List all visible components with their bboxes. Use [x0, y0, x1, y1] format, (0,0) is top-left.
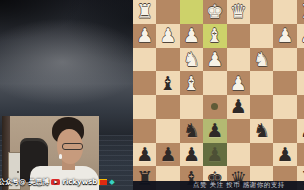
square-a3[interactable] — [297, 48, 304, 72]
square-b3[interactable] — [273, 48, 296, 72]
square-b4[interactable] — [273, 71, 296, 95]
square-b7[interactable]: ♟ — [273, 143, 296, 167]
white-pawn: ♟ — [203, 48, 226, 72]
square-g2[interactable]: ♟ — [156, 24, 179, 48]
square-f5[interactable] — [180, 95, 203, 119]
move-hint-dot — [211, 103, 218, 110]
black-pawn: ♟ — [180, 143, 203, 167]
square-f7[interactable]: ♟ — [180, 143, 203, 167]
earbud-icon — [59, 154, 62, 159]
black-pawn: ♟ — [297, 119, 304, 143]
square-e4[interactable] — [203, 71, 226, 95]
square-h1[interactable]: ♜ — [133, 0, 156, 24]
black-pawn: ♟ — [203, 119, 226, 143]
square-d7[interactable] — [227, 143, 250, 167]
door-knob — [17, 171, 19, 173]
square-g5[interactable] — [156, 95, 179, 119]
support-bar: 点赞 关注 投币 感谢你的支持 — [133, 181, 304, 190]
caption-handle: rickywsb — [62, 178, 97, 186]
square-b2[interactable]: ♟ — [273, 24, 296, 48]
white-pawn: ♟ — [297, 24, 304, 48]
square-h5[interactable] — [133, 95, 156, 119]
ghost-black-pawn: ♟ — [203, 143, 226, 167]
square-d4[interactable]: ♟ — [227, 71, 250, 95]
square-b5[interactable] — [273, 95, 296, 119]
white-pawn: ♟ — [273, 24, 296, 48]
square-c1[interactable] — [250, 0, 273, 24]
square-c2[interactable] — [250, 24, 273, 48]
square-c5[interactable] — [250, 95, 273, 119]
square-b6[interactable] — [273, 119, 296, 143]
square-e1[interactable]: ♚ — [203, 0, 226, 24]
gem-icon: ◆ — [109, 179, 114, 186]
square-f1[interactable] — [180, 0, 203, 24]
white-rook: ♜ — [133, 0, 156, 24]
square-a1[interactable]: ♜ — [297, 0, 304, 24]
square-c7[interactable] — [250, 143, 273, 167]
black-bishop: ♝ — [156, 71, 179, 95]
white-pawn: ♟ — [227, 71, 250, 95]
square-h7[interactable]: ♟ — [133, 143, 156, 167]
square-f3[interactable]: ♞ — [180, 48, 203, 72]
square-d5[interactable]: ♟ — [227, 95, 250, 119]
square-a7[interactable] — [297, 143, 304, 167]
square-e5[interactable] — [203, 95, 226, 119]
black-knight: ♞ — [250, 119, 273, 143]
square-e3[interactable]: ♟ — [203, 48, 226, 72]
youtube-icon: ▶ — [51, 179, 60, 185]
square-d3[interactable] — [227, 48, 250, 72]
square-e6[interactable]: ♟ — [203, 119, 226, 143]
streamer-caption: 公众号@ 吴思博 ▶ rickywsb ◆ — [0, 176, 115, 188]
white-bishop: ♝ — [180, 71, 203, 95]
china-flag-icon — [99, 179, 107, 185]
square-h6[interactable] — [133, 119, 156, 143]
square-a4[interactable] — [297, 71, 304, 95]
square-d1[interactable]: ♛ — [227, 0, 250, 24]
square-e2[interactable]: ♝ — [203, 24, 226, 48]
square-f2[interactable]: ♟ — [180, 24, 203, 48]
support-bar-text: 点赞 关注 投币 感谢你的支持 — [193, 181, 285, 190]
black-pawn: ♟ — [133, 143, 156, 167]
chess-board[interactable]: ♜♚♛♜♟♟♟♝♟♟♞♟♞♝♝♟♟♞♟♞♟♟♟♟♟♟♜♝♚♛♜ — [133, 0, 304, 190]
square-g7[interactable]: ♟ — [156, 143, 179, 167]
white-pawn: ♟ — [156, 24, 179, 48]
square-c4[interactable] — [250, 71, 273, 95]
square-f6[interactable]: ♞ — [180, 119, 203, 143]
square-a5[interactable] — [297, 95, 304, 119]
square-a2[interactable]: ♟ — [297, 24, 304, 48]
square-g6[interactable] — [156, 119, 179, 143]
square-h2[interactable]: ♟ — [133, 24, 156, 48]
black-pawn: ♟ — [273, 143, 296, 167]
caption-account: 公众号@ 吴思博 — [0, 177, 49, 187]
white-knight: ♞ — [250, 48, 273, 72]
square-c3[interactable]: ♞ — [250, 48, 273, 72]
square-h4[interactable] — [133, 71, 156, 95]
white-pawn: ♟ — [180, 24, 203, 48]
black-knight: ♞ — [180, 119, 203, 143]
white-pawn: ♟ — [133, 24, 156, 48]
square-a6[interactable]: ♟ — [297, 119, 304, 143]
square-e7[interactable]: ♟ — [203, 143, 226, 167]
black-pawn: ♟ — [156, 143, 179, 167]
white-king: ♚ — [203, 0, 226, 24]
white-knight: ♞ — [180, 48, 203, 72]
square-g1[interactable] — [156, 0, 179, 24]
streamer-glasses — [62, 143, 83, 150]
square-d2[interactable] — [227, 24, 250, 48]
square-g4[interactable]: ♝ — [156, 71, 179, 95]
white-rook: ♜ — [297, 0, 304, 24]
white-queen: ♛ — [227, 0, 250, 24]
white-bishop: ♝ — [203, 24, 226, 48]
square-g3[interactable] — [156, 48, 179, 72]
square-f4[interactable]: ♝ — [180, 71, 203, 95]
square-c6[interactable]: ♞ — [250, 119, 273, 143]
black-pawn: ♟ — [227, 95, 250, 119]
square-d6[interactable] — [227, 119, 250, 143]
square-b1[interactable] — [273, 0, 296, 24]
square-h3[interactable] — [133, 48, 156, 72]
